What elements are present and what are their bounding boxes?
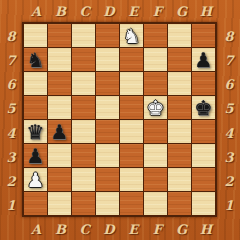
square-f4[interactable] — [144, 120, 167, 143]
square-d4[interactable] — [96, 120, 119, 143]
rank-label-2: 2 — [1, 170, 21, 194]
chess-diagram: ABCDEFGH 87654321 ♞♞♟♚♚♛♟♟♟ 87654321 ABC… — [0, 0, 240, 240]
square-h8[interactable] — [192, 24, 215, 47]
square-c1[interactable] — [72, 192, 95, 215]
square-c8[interactable] — [72, 24, 95, 47]
file-label-a: A — [24, 2, 48, 20]
file-labels-top: ABCDEFGH — [24, 2, 218, 20]
square-g2[interactable] — [168, 168, 191, 191]
square-g7[interactable] — [168, 48, 191, 71]
square-d1[interactable] — [96, 192, 119, 215]
square-g4[interactable] — [168, 120, 191, 143]
square-d6[interactable] — [96, 72, 119, 95]
square-c6[interactable] — [72, 72, 95, 95]
rank-label-4: 4 — [219, 121, 239, 145]
square-b8[interactable] — [48, 24, 71, 47]
file-label-b: B — [48, 2, 72, 20]
square-h5[interactable]: ♚ — [192, 96, 215, 119]
square-d8[interactable] — [96, 24, 119, 47]
square-d7[interactable] — [96, 48, 119, 71]
square-f1[interactable] — [144, 192, 167, 215]
rank-labels-left: 87654321 — [1, 24, 21, 218]
file-label-e: E — [121, 2, 145, 20]
file-label-f: F — [145, 2, 169, 20]
square-b7[interactable] — [48, 48, 71, 71]
square-b5[interactable] — [48, 96, 71, 119]
square-h6[interactable] — [192, 72, 215, 95]
square-g6[interactable] — [168, 72, 191, 95]
square-a5[interactable] — [24, 96, 47, 119]
square-c3[interactable] — [72, 144, 95, 167]
square-a8[interactable] — [24, 24, 47, 47]
square-e8[interactable]: ♞ — [120, 24, 143, 47]
piece-black-pawn-h7[interactable]: ♟ — [195, 50, 213, 70]
rank-label-2: 2 — [219, 170, 239, 194]
square-c4[interactable] — [72, 120, 95, 143]
file-label-e: E — [121, 220, 145, 238]
file-label-g: G — [170, 220, 194, 238]
rank-label-4: 4 — [1, 121, 21, 145]
rank-label-6: 6 — [1, 73, 21, 97]
file-labels-bottom: ABCDEFGH — [24, 220, 218, 238]
file-label-g: G — [170, 2, 194, 20]
file-label-h: H — [194, 220, 218, 238]
square-h1[interactable] — [192, 192, 215, 215]
square-f5[interactable]: ♚ — [144, 96, 167, 119]
square-b6[interactable] — [48, 72, 71, 95]
rank-labels-right: 87654321 — [219, 24, 239, 218]
file-label-a: A — [24, 220, 48, 238]
square-g8[interactable] — [168, 24, 191, 47]
rank-label-5: 5 — [219, 97, 239, 121]
square-e6[interactable] — [120, 72, 143, 95]
square-h7[interactable]: ♟ — [192, 48, 215, 71]
rank-label-7: 7 — [1, 48, 21, 72]
square-g1[interactable] — [168, 192, 191, 215]
square-f2[interactable] — [144, 168, 167, 191]
square-f7[interactable] — [144, 48, 167, 71]
piece-black-pawn-b4[interactable]: ♟ — [51, 122, 69, 142]
square-f3[interactable] — [144, 144, 167, 167]
square-e5[interactable] — [120, 96, 143, 119]
square-h2[interactable] — [192, 168, 215, 191]
piece-black-queen-a4[interactable]: ♛ — [27, 122, 45, 142]
square-a1[interactable] — [24, 192, 47, 215]
file-label-d: D — [97, 220, 121, 238]
square-a4[interactable]: ♛ — [24, 120, 47, 143]
square-c5[interactable] — [72, 96, 95, 119]
file-label-b: B — [48, 220, 72, 238]
rank-label-7: 7 — [219, 48, 239, 72]
rank-label-8: 8 — [219, 24, 239, 48]
piece-white-knight-e8[interactable]: ♞ — [123, 26, 141, 46]
rank-label-1: 1 — [1, 194, 21, 218]
rank-label-1: 1 — [219, 194, 239, 218]
square-a3[interactable]: ♟ — [24, 144, 47, 167]
file-label-h: H — [194, 2, 218, 20]
square-e4[interactable] — [120, 120, 143, 143]
piece-white-king-f5[interactable]: ♚ — [147, 98, 165, 118]
square-g5[interactable] — [168, 96, 191, 119]
rank-label-3: 3 — [1, 145, 21, 169]
square-f6[interactable] — [144, 72, 167, 95]
square-h3[interactable] — [192, 144, 215, 167]
file-label-d: D — [97, 2, 121, 20]
square-f8[interactable] — [144, 24, 167, 47]
square-e1[interactable] — [120, 192, 143, 215]
square-a6[interactable] — [24, 72, 47, 95]
piece-black-pawn-a3[interactable]: ♟ — [27, 146, 45, 166]
square-h4[interactable] — [192, 120, 215, 143]
square-c7[interactable] — [72, 48, 95, 71]
square-b3[interactable] — [48, 144, 71, 167]
rank-label-5: 5 — [1, 97, 21, 121]
square-d3[interactable] — [96, 144, 119, 167]
rank-label-3: 3 — [219, 145, 239, 169]
rank-label-8: 8 — [1, 24, 21, 48]
chess-board: ♞♞♟♚♚♛♟♟♟ — [22, 22, 217, 217]
square-a7[interactable]: ♞ — [24, 48, 47, 71]
rank-label-6: 6 — [219, 73, 239, 97]
square-b2[interactable] — [48, 168, 71, 191]
piece-black-knight-a7[interactable]: ♞ — [27, 50, 45, 70]
square-b1[interactable] — [48, 192, 71, 215]
file-label-c: C — [73, 2, 97, 20]
square-e3[interactable] — [120, 144, 143, 167]
square-c2[interactable] — [72, 168, 95, 191]
square-g3[interactable] — [168, 144, 191, 167]
square-d2[interactable] — [96, 168, 119, 191]
square-d5[interactable] — [96, 96, 119, 119]
square-e7[interactable] — [120, 48, 143, 71]
square-b4[interactable]: ♟ — [48, 120, 71, 143]
file-label-c: C — [73, 220, 97, 238]
piece-white-pawn-a2[interactable]: ♟ — [27, 170, 45, 190]
square-e2[interactable] — [120, 168, 143, 191]
file-label-f: F — [145, 220, 169, 238]
square-a2[interactable]: ♟ — [24, 168, 47, 191]
piece-black-king-h5[interactable]: ♚ — [195, 98, 213, 118]
